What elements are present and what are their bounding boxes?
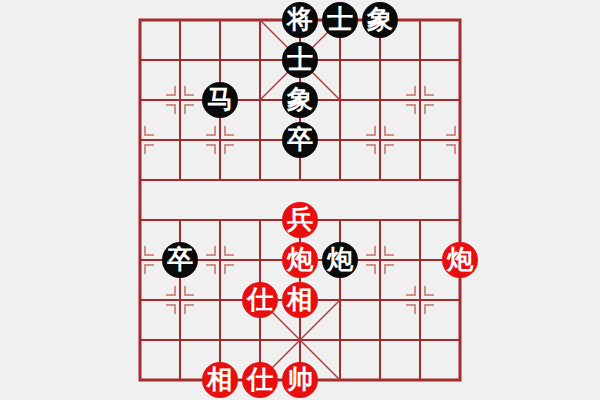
red-soldier[interactable]: 兵	[282, 202, 318, 238]
black-elephant[interactable]: 象	[282, 82, 318, 118]
piece-grid: 将 士 象 士 马 象 卒 兵 卒 炮 炮 炮 仕 相 相 仕 帅	[120, 0, 480, 400]
red-general[interactable]: 帅	[282, 362, 318, 398]
red-elephant[interactable]: 相	[282, 282, 318, 318]
black-general[interactable]: 将	[282, 2, 318, 38]
black-soldier[interactable]: 卒	[162, 242, 198, 278]
red-cannon[interactable]: 炮	[282, 242, 318, 278]
red-advisor[interactable]: 仕	[242, 282, 278, 318]
black-horse[interactable]: 马	[202, 82, 238, 118]
black-advisor[interactable]: 士	[282, 42, 318, 78]
black-soldier[interactable]: 卒	[282, 122, 318, 158]
black-cannon[interactable]: 炮	[322, 242, 358, 278]
black-elephant[interactable]: 象	[362, 2, 398, 38]
black-advisor[interactable]: 士	[322, 2, 358, 38]
red-advisor[interactable]: 仕	[242, 362, 278, 398]
red-cannon[interactable]: 炮	[442, 242, 478, 278]
xiangqi-board: 将 士 象 士 马 象 卒 兵 卒 炮 炮 炮 仕 相 相 仕 帅	[0, 0, 600, 400]
red-elephant[interactable]: 相	[202, 362, 238, 398]
